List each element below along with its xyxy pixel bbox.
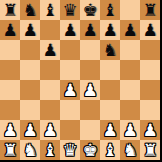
white-pawn-icon[interactable]: ♟ bbox=[2, 120, 17, 140]
square-d3[interactable] bbox=[60, 100, 80, 120]
square-e4[interactable]: ♟ bbox=[80, 80, 100, 100]
square-a7[interactable]: ♟ bbox=[0, 20, 20, 40]
square-b4[interactable] bbox=[20, 80, 40, 100]
square-f5[interactable] bbox=[100, 60, 120, 80]
square-d8[interactable]: ♛ bbox=[60, 0, 80, 20]
white-bishop-icon[interactable]: ♝ bbox=[102, 140, 117, 160]
square-h4[interactable] bbox=[140, 80, 160, 100]
black-pawn-icon[interactable]: ♟ bbox=[2, 20, 17, 40]
square-g7[interactable]: ♟ bbox=[120, 20, 140, 40]
square-f6[interactable]: ♞ bbox=[100, 40, 120, 60]
square-c8[interactable]: ♝ bbox=[40, 0, 60, 20]
square-d1[interactable]: ♛ bbox=[60, 140, 80, 160]
square-g5[interactable] bbox=[120, 60, 140, 80]
square-a4[interactable] bbox=[0, 80, 20, 100]
square-e2[interactable] bbox=[80, 120, 100, 140]
black-knight-icon[interactable]: ♞ bbox=[102, 40, 117, 60]
square-b7[interactable]: ♟ bbox=[20, 20, 40, 40]
square-e6[interactable] bbox=[80, 40, 100, 60]
square-c7[interactable] bbox=[40, 20, 60, 40]
square-c1[interactable]: ♝ bbox=[40, 140, 60, 160]
square-g2[interactable]: ♟ bbox=[120, 120, 140, 140]
square-b2[interactable]: ♟ bbox=[20, 120, 40, 140]
square-f2[interactable]: ♟ bbox=[100, 120, 120, 140]
square-f7[interactable]: ♟ bbox=[100, 20, 120, 40]
square-b3[interactable] bbox=[20, 100, 40, 120]
white-bishop-icon[interactable]: ♝ bbox=[42, 140, 57, 160]
square-a5[interactable] bbox=[0, 60, 20, 80]
square-e1[interactable]: ♚ bbox=[80, 140, 100, 160]
square-g8[interactable] bbox=[120, 0, 140, 20]
black-bishop-icon[interactable]: ♝ bbox=[102, 0, 117, 20]
square-e8[interactable]: ♚ bbox=[80, 0, 100, 20]
square-f8[interactable]: ♝ bbox=[100, 0, 120, 20]
white-knight-icon[interactable]: ♞ bbox=[122, 140, 137, 160]
square-c6[interactable]: ♟ bbox=[40, 40, 60, 60]
square-e5[interactable] bbox=[80, 60, 100, 80]
white-pawn-icon[interactable]: ♟ bbox=[82, 80, 97, 100]
square-h2[interactable]: ♟ bbox=[140, 120, 160, 140]
chess-window: ♜♞♝♛♚♝♜♟♟♟♟♟♟♟♟♞♟♟♟♟♟♟♟♟♜♞♝♛♚♝♞♜ bbox=[0, 0, 162, 162]
black-queen-icon[interactable]: ♛ bbox=[62, 0, 77, 20]
square-g3[interactable] bbox=[120, 100, 140, 120]
square-b8[interactable]: ♞ bbox=[20, 0, 40, 20]
square-a6[interactable] bbox=[0, 40, 20, 60]
black-knight-icon[interactable]: ♞ bbox=[22, 0, 37, 20]
black-pawn-icon[interactable]: ♟ bbox=[122, 20, 137, 40]
white-pawn-icon[interactable]: ♟ bbox=[42, 120, 57, 140]
square-e7[interactable]: ♟ bbox=[80, 20, 100, 40]
black-bishop-icon[interactable]: ♝ bbox=[42, 0, 57, 20]
square-b6[interactable] bbox=[20, 40, 40, 60]
white-king-icon[interactable]: ♚ bbox=[82, 140, 97, 160]
black-rook-icon[interactable]: ♜ bbox=[2, 0, 17, 20]
square-h1[interactable]: ♜ bbox=[140, 140, 160, 160]
square-d7[interactable]: ♟ bbox=[60, 20, 80, 40]
square-a8[interactable]: ♜ bbox=[0, 0, 20, 20]
square-b5[interactable] bbox=[20, 60, 40, 80]
black-pawn-icon[interactable]: ♟ bbox=[102, 20, 117, 40]
black-pawn-icon[interactable]: ♟ bbox=[62, 20, 77, 40]
square-h6[interactable] bbox=[140, 40, 160, 60]
black-pawn-icon[interactable]: ♟ bbox=[42, 40, 57, 60]
square-h3[interactable] bbox=[140, 100, 160, 120]
white-pawn-icon[interactable]: ♟ bbox=[22, 120, 37, 140]
square-d4[interactable]: ♟ bbox=[60, 80, 80, 100]
square-a1[interactable]: ♜ bbox=[0, 140, 20, 160]
white-pawn-icon[interactable]: ♟ bbox=[122, 120, 137, 140]
square-c5[interactable] bbox=[40, 60, 60, 80]
square-f4[interactable] bbox=[100, 80, 120, 100]
square-h7[interactable]: ♟ bbox=[140, 20, 160, 40]
black-pawn-icon[interactable]: ♟ bbox=[142, 20, 157, 40]
square-e3[interactable] bbox=[80, 100, 100, 120]
white-knight-icon[interactable]: ♞ bbox=[22, 140, 37, 160]
square-h8[interactable]: ♜ bbox=[140, 0, 160, 20]
square-g6[interactable] bbox=[120, 40, 140, 60]
square-b1[interactable]: ♞ bbox=[20, 140, 40, 160]
black-king-icon[interactable]: ♚ bbox=[82, 0, 97, 20]
black-pawn-icon[interactable]: ♟ bbox=[82, 20, 97, 40]
square-a3[interactable] bbox=[0, 100, 20, 120]
white-pawn-icon[interactable]: ♟ bbox=[102, 120, 117, 140]
square-g4[interactable] bbox=[120, 80, 140, 100]
white-rook-icon[interactable]: ♜ bbox=[142, 140, 157, 160]
square-d2[interactable] bbox=[60, 120, 80, 140]
square-c3[interactable] bbox=[40, 100, 60, 120]
square-c4[interactable] bbox=[40, 80, 60, 100]
square-f1[interactable]: ♝ bbox=[100, 140, 120, 160]
square-g1[interactable]: ♞ bbox=[120, 140, 140, 160]
black-pawn-icon[interactable]: ♟ bbox=[22, 20, 37, 40]
white-pawn-icon[interactable]: ♟ bbox=[62, 80, 77, 100]
black-rook-icon[interactable]: ♜ bbox=[142, 0, 157, 20]
white-queen-icon[interactable]: ♛ bbox=[62, 140, 77, 160]
square-d5[interactable] bbox=[60, 60, 80, 80]
square-a2[interactable]: ♟ bbox=[0, 120, 20, 140]
square-f3[interactable] bbox=[100, 100, 120, 120]
chess-board: ♜♞♝♛♚♝♜♟♟♟♟♟♟♟♟♞♟♟♟♟♟♟♟♟♜♞♝♛♚♝♞♜ bbox=[0, 0, 160, 160]
square-d6[interactable] bbox=[60, 40, 80, 60]
square-c2[interactable]: ♟ bbox=[40, 120, 60, 140]
white-pawn-icon[interactable]: ♟ bbox=[142, 120, 157, 140]
square-h5[interactable] bbox=[140, 60, 160, 80]
white-rook-icon[interactable]: ♜ bbox=[2, 140, 17, 160]
